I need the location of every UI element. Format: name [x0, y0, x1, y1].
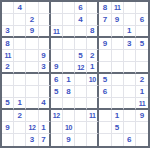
sudoku-cell-r12c2[interactable]	[14, 134, 26, 146]
sudoku-cell-r6c4[interactable]: 3	[39, 62, 51, 74]
sudoku-cell-r3c2[interactable]	[14, 26, 26, 38]
sudoku-cell-r2c4[interactable]	[39, 14, 51, 26]
sudoku-cell-r8c12[interactable]: 1	[136, 86, 148, 98]
sudoku-cell-r1c8[interactable]	[87, 2, 99, 14]
sudoku-cell-r8c7[interactable]	[75, 86, 87, 98]
sudoku-cell-r2c2[interactable]	[14, 14, 26, 26]
sudoku-cell-r3c7[interactable]	[75, 26, 87, 38]
sudoku-cell-r9c10[interactable]	[112, 98, 124, 110]
sudoku-cell-r11c5[interactable]	[51, 122, 63, 134]
sudoku-cell-r12c11[interactable]: 6	[124, 134, 136, 146]
sudoku-cell-r1c1[interactable]	[2, 2, 14, 14]
sudoku-cell-r5c5[interactable]	[51, 50, 63, 62]
sudoku-cell-r1c9[interactable]: 8	[99, 2, 111, 14]
sudoku-cell-r10c4[interactable]	[39, 110, 51, 122]
sudoku-cell-r1c6[interactable]	[63, 2, 75, 14]
sudoku-cell-r6c12[interactable]	[136, 62, 148, 74]
sudoku-cell-r12c3[interactable]: 3	[26, 134, 38, 146]
sudoku-cell-r9c12[interactable]: 11	[136, 98, 148, 110]
sudoku-cell-r3c11[interactable]: 1	[124, 26, 136, 38]
sudoku-cell-r9c4[interactable]: 4	[39, 98, 51, 110]
sudoku-cell-r11c11[interactable]	[124, 122, 136, 134]
sudoku-cell-r5c6[interactable]	[63, 50, 75, 62]
sudoku-cell-r7c3[interactable]	[26, 74, 38, 86]
sudoku-cell-r9c11[interactable]	[124, 98, 136, 110]
sudoku-cell-r3c1[interactable]: 3	[2, 26, 14, 38]
sudoku-cell-r4c2[interactable]	[14, 38, 26, 50]
sudoku-cell-r2c6[interactable]	[63, 14, 75, 26]
sudoku-cell-r9c8[interactable]	[87, 98, 99, 110]
sudoku-cell-r1c2[interactable]: 4	[14, 2, 26, 14]
sudoku-cell-r1c3[interactable]	[26, 2, 38, 14]
sudoku-board: 4681124796391181893511952239121611052586…	[0, 0, 150, 148]
sudoku-cell-r10c11[interactable]	[124, 110, 136, 122]
sudoku-cell-r8c5[interactable]: 5	[51, 86, 63, 98]
sudoku-cell-r9c5[interactable]	[51, 98, 63, 110]
sudoku-cell-r9c9[interactable]	[99, 98, 111, 110]
sudoku-cell-r1c7[interactable]: 6	[75, 2, 87, 14]
sudoku-cell-r6c8[interactable]: 1	[87, 62, 99, 74]
sudoku-cell-r10c5[interactable]: 12	[51, 110, 63, 122]
sudoku-cell-r8c11[interactable]	[124, 86, 136, 98]
sudoku-cell-r7c5[interactable]: 6	[51, 74, 63, 86]
sudoku-cell-r12c10[interactable]	[112, 134, 124, 146]
sudoku-cell-r11c9[interactable]	[99, 122, 111, 134]
sudoku-cell-r7c11[interactable]	[124, 74, 136, 86]
sudoku-cell-r4c12[interactable]: 5	[136, 38, 148, 50]
sudoku-cell-r5c3[interactable]	[26, 50, 38, 62]
sudoku-cell-r6c2[interactable]	[14, 62, 26, 74]
sudoku-cell-r3c3[interactable]: 9	[26, 26, 38, 38]
sudoku-cell-r2c1[interactable]	[2, 14, 14, 26]
sudoku-cell-r4c1[interactable]: 8	[2, 38, 14, 50]
sudoku-cell-r11c7[interactable]	[75, 122, 87, 134]
sudoku-cell-r11c8[interactable]	[87, 122, 99, 134]
sudoku-cell-r7c4[interactable]	[39, 74, 51, 86]
sudoku-cell-r10c6[interactable]	[63, 110, 75, 122]
sudoku-cell-r9c1[interactable]: 5	[2, 98, 14, 110]
sudoku-cell-r3c8[interactable]: 8	[87, 26, 99, 38]
sudoku-cell-r9c6[interactable]	[63, 98, 75, 110]
sudoku-cell-r10c9[interactable]	[99, 110, 111, 122]
sudoku-cell-r10c10[interactable]: 1	[112, 110, 124, 122]
sudoku-cell-r11c6[interactable]: 10	[63, 122, 75, 134]
sudoku-cell-r1c12[interactable]	[136, 2, 148, 14]
sudoku-cell-r4c3[interactable]	[26, 38, 38, 50]
sudoku-cell-r6c1[interactable]: 2	[2, 62, 14, 74]
sudoku-cell-r5c2[interactable]	[14, 50, 26, 62]
sudoku-cell-r8c1[interactable]	[2, 86, 14, 98]
sudoku-cell-r8c3[interactable]	[26, 86, 38, 98]
sudoku-cell-r4c11[interactable]: 3	[124, 38, 136, 50]
sudoku-cell-r3c12[interactable]	[136, 26, 148, 38]
sudoku-cell-r2c5[interactable]	[51, 14, 63, 26]
sudoku-cell-r9c2[interactable]: 1	[14, 98, 26, 110]
sudoku-cell-r4c4[interactable]	[39, 38, 51, 50]
sudoku-cell-r5c4[interactable]: 9	[39, 50, 51, 62]
sudoku-cell-r12c9[interactable]	[99, 134, 111, 146]
sudoku-cell-r12c7[interactable]	[75, 134, 87, 146]
sudoku-cell-r3c5[interactable]: 11	[51, 26, 63, 38]
sudoku-cell-r2c10[interactable]: 9	[112, 14, 124, 26]
sudoku-cell-r1c11[interactable]	[124, 2, 136, 14]
sudoku-cell-r12c4[interactable]: 7	[39, 134, 51, 146]
sudoku-cell-r2c9[interactable]: 7	[99, 14, 111, 26]
sudoku-cell-r5c10[interactable]	[112, 50, 124, 62]
sudoku-cell-r11c2[interactable]	[14, 122, 26, 134]
sudoku-cell-r5c7[interactable]: 5	[75, 50, 87, 62]
sudoku-cell-r4c5[interactable]	[51, 38, 63, 50]
sudoku-cell-r8c10[interactable]	[112, 86, 124, 98]
sudoku-cell-r7c2[interactable]	[14, 74, 26, 86]
sudoku-cell-r10c1[interactable]	[2, 110, 14, 122]
sudoku-cell-r6c7[interactable]: 12	[75, 62, 87, 74]
sudoku-cell-r8c9[interactable]: 6	[99, 86, 111, 98]
sudoku-cell-r12c1[interactable]	[2, 134, 14, 146]
sudoku-cell-r5c12[interactable]	[136, 50, 148, 62]
sudoku-cell-r10c3[interactable]	[26, 110, 38, 122]
sudoku-cell-r7c7[interactable]	[75, 74, 87, 86]
sudoku-cell-r10c8[interactable]: 11	[87, 110, 99, 122]
sudoku-cell-r5c11[interactable]	[124, 50, 136, 62]
sudoku-cell-r3c9[interactable]	[99, 26, 111, 38]
sudoku-cell-r8c4[interactable]	[39, 86, 51, 98]
sudoku-cell-r11c12[interactable]	[136, 122, 148, 134]
sudoku-cell-r1c5[interactable]	[51, 2, 63, 14]
sudoku-cell-r6c10[interactable]	[112, 62, 124, 74]
sudoku-cell-r1c4[interactable]	[39, 2, 51, 14]
sudoku-cell-r3c10[interactable]	[112, 26, 124, 38]
sudoku-cell-r3c6[interactable]	[63, 26, 75, 38]
sudoku-cell-r7c10[interactable]	[112, 74, 124, 86]
sudoku-cell-r10c2[interactable]: 2	[14, 110, 26, 122]
sudoku-cell-r7c8[interactable]: 10	[87, 74, 99, 86]
sudoku-cell-r9c3[interactable]	[26, 98, 38, 110]
sudoku-cell-r6c3[interactable]	[26, 62, 38, 74]
sudoku-cell-r8c2[interactable]	[14, 86, 26, 98]
sudoku-cell-r11c4[interactable]: 1	[39, 122, 51, 134]
sudoku-cell-r2c7[interactable]: 4	[75, 14, 87, 26]
sudoku-cell-r4c7[interactable]	[75, 38, 87, 50]
sudoku-cell-r4c10[interactable]	[112, 38, 124, 50]
sudoku-cell-r4c6[interactable]	[63, 38, 75, 50]
sudoku-cell-r12c6[interactable]: 9	[63, 134, 75, 146]
sudoku-cell-r6c5[interactable]: 9	[51, 62, 63, 74]
sudoku-cell-r1c10[interactable]: 11	[112, 2, 124, 14]
sudoku-cell-r4c9[interactable]: 9	[99, 38, 111, 50]
sudoku-cell-r5c8[interactable]: 2	[87, 50, 99, 62]
sudoku-cell-r7c9[interactable]: 5	[99, 74, 111, 86]
sudoku-cell-r7c1[interactable]	[2, 74, 14, 86]
sudoku-cell-r2c12[interactable]: 6	[136, 14, 148, 26]
sudoku-cell-r12c5[interactable]	[51, 134, 63, 146]
sudoku-cell-r8c6[interactable]: 8	[63, 86, 75, 98]
sudoku-cell-r6c9[interactable]	[99, 62, 111, 74]
sudoku-cell-r11c3[interactable]: 12	[26, 122, 38, 134]
sudoku-cell-r8c8[interactable]	[87, 86, 99, 98]
sudoku-cell-r2c8[interactable]	[87, 14, 99, 26]
sudoku-cell-r5c1[interactable]: 11	[2, 50, 14, 62]
sudoku-cell-r7c6[interactable]: 1	[63, 74, 75, 86]
sudoku-cell-r2c3[interactable]: 2	[26, 14, 38, 26]
sudoku-cell-r12c8[interactable]	[87, 134, 99, 146]
sudoku-cell-r11c1[interactable]: 9	[2, 122, 14, 134]
sudoku-cell-r7c12[interactable]: 2	[136, 74, 148, 86]
sudoku-cell-r5c9[interactable]	[99, 50, 111, 62]
sudoku-cell-r4c8[interactable]	[87, 38, 99, 50]
sudoku-cell-r2c11[interactable]	[124, 14, 136, 26]
sudoku-cell-r12c12[interactable]	[136, 134, 148, 146]
sudoku-cell-r3c4[interactable]	[39, 26, 51, 38]
sudoku-cell-r6c11[interactable]	[124, 62, 136, 74]
sudoku-cell-r9c7[interactable]	[75, 98, 87, 110]
sudoku-cell-r10c7[interactable]	[75, 110, 87, 122]
sudoku-cell-r11c10[interactable]: 5	[112, 122, 124, 134]
sudoku-cell-r6c6[interactable]	[63, 62, 75, 74]
sudoku-cell-r10c12[interactable]: 9	[136, 110, 148, 122]
